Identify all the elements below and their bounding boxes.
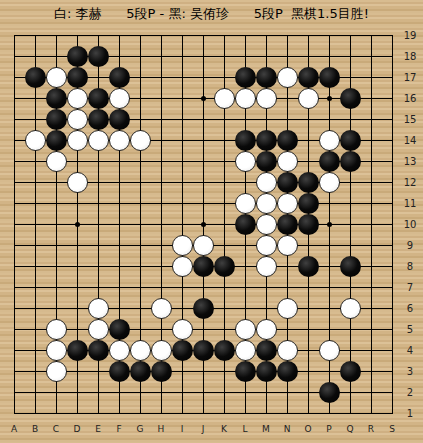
- intersection-G11[interactable]: [130, 193, 151, 214]
- intersection-N3[interactable]: [277, 361, 298, 382]
- intersection-I19[interactable]: [172, 25, 193, 46]
- intersection-J3[interactable]: [193, 361, 214, 382]
- intersection-G3[interactable]: [130, 361, 151, 382]
- intersection-F18[interactable]: [109, 46, 130, 67]
- intersection-M12[interactable]: [256, 172, 277, 193]
- intersection-F11[interactable]: [109, 193, 130, 214]
- intersection-Q16[interactable]: [340, 88, 361, 109]
- intersection-L14[interactable]: [235, 130, 256, 151]
- intersection-R18[interactable]: [361, 46, 382, 67]
- intersection-N6[interactable]: [277, 298, 298, 319]
- intersection-K10[interactable]: [214, 214, 235, 235]
- intersection-O10[interactable]: [298, 214, 319, 235]
- intersection-M7[interactable]: [256, 277, 277, 298]
- intersection-A7[interactable]: [4, 277, 25, 298]
- intersection-J11[interactable]: [193, 193, 214, 214]
- intersection-R12[interactable]: [361, 172, 382, 193]
- intersection-A15[interactable]: [4, 109, 25, 130]
- intersection-G13[interactable]: [130, 151, 151, 172]
- intersection-I5[interactable]: [172, 319, 193, 340]
- intersection-B6[interactable]: [25, 298, 46, 319]
- intersection-I9[interactable]: [172, 235, 193, 256]
- intersection-N12[interactable]: [277, 172, 298, 193]
- intersection-N1[interactable]: [277, 403, 298, 424]
- intersection-O18[interactable]: [298, 46, 319, 67]
- intersection-F5[interactable]: [109, 319, 130, 340]
- intersection-N4[interactable]: [277, 340, 298, 361]
- intersection-J13[interactable]: [193, 151, 214, 172]
- intersection-H9[interactable]: [151, 235, 172, 256]
- intersection-L16[interactable]: [235, 88, 256, 109]
- intersection-O5[interactable]: [298, 319, 319, 340]
- intersection-H14[interactable]: [151, 130, 172, 151]
- intersection-Q19[interactable]: [340, 25, 361, 46]
- intersection-A8[interactable]: [4, 256, 25, 277]
- intersection-L4[interactable]: [235, 340, 256, 361]
- intersection-F13[interactable]: [109, 151, 130, 172]
- intersection-Q14[interactable]: [340, 130, 361, 151]
- intersection-J16[interactable]: [193, 88, 214, 109]
- intersection-O13[interactable]: [298, 151, 319, 172]
- intersection-P19[interactable]: [319, 25, 340, 46]
- intersection-R16[interactable]: [361, 88, 382, 109]
- intersection-M3[interactable]: [256, 361, 277, 382]
- intersection-D12[interactable]: [67, 172, 88, 193]
- intersection-G4[interactable]: [130, 340, 151, 361]
- intersection-B13[interactable]: [25, 151, 46, 172]
- intersection-I2[interactable]: [172, 382, 193, 403]
- intersection-N11[interactable]: [277, 193, 298, 214]
- intersection-P3[interactable]: [319, 361, 340, 382]
- intersection-R3[interactable]: [361, 361, 382, 382]
- intersection-H8[interactable]: [151, 256, 172, 277]
- intersection-B2[interactable]: [25, 382, 46, 403]
- intersection-P12[interactable]: [319, 172, 340, 193]
- intersection-Q9[interactable]: [340, 235, 361, 256]
- intersection-Q3[interactable]: [340, 361, 361, 382]
- intersection-I12[interactable]: [172, 172, 193, 193]
- intersection-M1[interactable]: [256, 403, 277, 424]
- intersection-C4[interactable]: [46, 340, 67, 361]
- intersection-A3[interactable]: [4, 361, 25, 382]
- intersection-D5[interactable]: [67, 319, 88, 340]
- intersection-G15[interactable]: [130, 109, 151, 130]
- intersection-P2[interactable]: [319, 382, 340, 403]
- intersection-A12[interactable]: [4, 172, 25, 193]
- intersection-A16[interactable]: [4, 88, 25, 109]
- intersection-A11[interactable]: [4, 193, 25, 214]
- intersection-M17[interactable]: [256, 67, 277, 88]
- intersection-K12[interactable]: [214, 172, 235, 193]
- intersection-B4[interactable]: [25, 340, 46, 361]
- intersection-F16[interactable]: [109, 88, 130, 109]
- intersection-H1[interactable]: [151, 403, 172, 424]
- intersection-K4[interactable]: [214, 340, 235, 361]
- intersection-M14[interactable]: [256, 130, 277, 151]
- intersection-I15[interactable]: [172, 109, 193, 130]
- intersection-O3[interactable]: [298, 361, 319, 382]
- intersection-N8[interactable]: [277, 256, 298, 277]
- intersection-P6[interactable]: [319, 298, 340, 319]
- intersection-O11[interactable]: [298, 193, 319, 214]
- intersection-L11[interactable]: [235, 193, 256, 214]
- intersection-C7[interactable]: [46, 277, 67, 298]
- intersection-N7[interactable]: [277, 277, 298, 298]
- intersection-D16[interactable]: [67, 88, 88, 109]
- intersection-H11[interactable]: [151, 193, 172, 214]
- intersection-G8[interactable]: [130, 256, 151, 277]
- intersection-I3[interactable]: [172, 361, 193, 382]
- intersection-K2[interactable]: [214, 382, 235, 403]
- intersection-C5[interactable]: [46, 319, 67, 340]
- intersection-C6[interactable]: [46, 298, 67, 319]
- intersection-R17[interactable]: [361, 67, 382, 88]
- intersection-C10[interactable]: [46, 214, 67, 235]
- intersection-G5[interactable]: [130, 319, 151, 340]
- intersection-A2[interactable]: [4, 382, 25, 403]
- intersection-J5[interactable]: [193, 319, 214, 340]
- intersection-Q7[interactable]: [340, 277, 361, 298]
- intersection-N15[interactable]: [277, 109, 298, 130]
- intersection-I14[interactable]: [172, 130, 193, 151]
- intersection-D18[interactable]: [67, 46, 88, 67]
- intersection-O17[interactable]: [298, 67, 319, 88]
- intersection-J12[interactable]: [193, 172, 214, 193]
- intersection-H5[interactable]: [151, 319, 172, 340]
- intersection-J1[interactable]: [193, 403, 214, 424]
- intersection-P10[interactable]: [319, 214, 340, 235]
- intersection-R6[interactable]: [361, 298, 382, 319]
- intersection-F15[interactable]: [109, 109, 130, 130]
- intersection-R8[interactable]: [361, 256, 382, 277]
- intersection-B9[interactable]: [25, 235, 46, 256]
- intersection-N10[interactable]: [277, 214, 298, 235]
- intersection-J10[interactable]: [193, 214, 214, 235]
- intersection-K6[interactable]: [214, 298, 235, 319]
- intersection-P18[interactable]: [319, 46, 340, 67]
- intersection-N17[interactable]: [277, 67, 298, 88]
- intersection-M5[interactable]: [256, 319, 277, 340]
- intersection-C12[interactable]: [46, 172, 67, 193]
- intersection-L2[interactable]: [235, 382, 256, 403]
- intersection-A17[interactable]: [4, 67, 25, 88]
- intersection-E8[interactable]: [88, 256, 109, 277]
- intersection-G17[interactable]: [130, 67, 151, 88]
- intersection-K15[interactable]: [214, 109, 235, 130]
- intersection-P4[interactable]: [319, 340, 340, 361]
- intersection-K17[interactable]: [214, 67, 235, 88]
- intersection-P15[interactable]: [319, 109, 340, 130]
- intersection-B5[interactable]: [25, 319, 46, 340]
- intersection-R13[interactable]: [361, 151, 382, 172]
- intersection-P17[interactable]: [319, 67, 340, 88]
- intersection-A9[interactable]: [4, 235, 25, 256]
- intersection-Q13[interactable]: [340, 151, 361, 172]
- intersection-E1[interactable]: [88, 403, 109, 424]
- intersection-M15[interactable]: [256, 109, 277, 130]
- intersection-H6[interactable]: [151, 298, 172, 319]
- intersection-A19[interactable]: [4, 25, 25, 46]
- intersection-F4[interactable]: [109, 340, 130, 361]
- intersection-C9[interactable]: [46, 235, 67, 256]
- intersection-F14[interactable]: [109, 130, 130, 151]
- intersection-J6[interactable]: [193, 298, 214, 319]
- intersection-Q12[interactable]: [340, 172, 361, 193]
- intersection-H12[interactable]: [151, 172, 172, 193]
- intersection-I8[interactable]: [172, 256, 193, 277]
- intersection-B16[interactable]: [25, 88, 46, 109]
- intersection-I6[interactable]: [172, 298, 193, 319]
- intersection-G14[interactable]: [130, 130, 151, 151]
- intersection-P11[interactable]: [319, 193, 340, 214]
- intersection-N14[interactable]: [277, 130, 298, 151]
- intersection-E17[interactable]: [88, 67, 109, 88]
- intersection-B12[interactable]: [25, 172, 46, 193]
- intersection-B7[interactable]: [25, 277, 46, 298]
- intersection-Q6[interactable]: [340, 298, 361, 319]
- intersection-C19[interactable]: [46, 25, 67, 46]
- intersection-D3[interactable]: [67, 361, 88, 382]
- intersection-K5[interactable]: [214, 319, 235, 340]
- intersection-N5[interactable]: [277, 319, 298, 340]
- intersection-K11[interactable]: [214, 193, 235, 214]
- intersection-H17[interactable]: [151, 67, 172, 88]
- intersection-R10[interactable]: [361, 214, 382, 235]
- intersection-C1[interactable]: [46, 403, 67, 424]
- intersection-P7[interactable]: [319, 277, 340, 298]
- intersection-G12[interactable]: [130, 172, 151, 193]
- intersection-P8[interactable]: [319, 256, 340, 277]
- intersection-M6[interactable]: [256, 298, 277, 319]
- intersection-A6[interactable]: [4, 298, 25, 319]
- intersection-I1[interactable]: [172, 403, 193, 424]
- intersection-G10[interactable]: [130, 214, 151, 235]
- intersection-D11[interactable]: [67, 193, 88, 214]
- intersection-L15[interactable]: [235, 109, 256, 130]
- intersection-G9[interactable]: [130, 235, 151, 256]
- intersection-A10[interactable]: [4, 214, 25, 235]
- intersection-B10[interactable]: [25, 214, 46, 235]
- intersection-Q10[interactable]: [340, 214, 361, 235]
- intersection-A18[interactable]: [4, 46, 25, 67]
- intersection-B17[interactable]: [25, 67, 46, 88]
- intersection-B15[interactable]: [25, 109, 46, 130]
- intersection-E3[interactable]: [88, 361, 109, 382]
- intersection-D7[interactable]: [67, 277, 88, 298]
- intersection-H7[interactable]: [151, 277, 172, 298]
- intersection-J18[interactable]: [193, 46, 214, 67]
- intersection-F1[interactable]: [109, 403, 130, 424]
- intersection-M19[interactable]: [256, 25, 277, 46]
- intersection-J2[interactable]: [193, 382, 214, 403]
- intersection-L19[interactable]: [235, 25, 256, 46]
- intersection-Q1[interactable]: [340, 403, 361, 424]
- intersection-D15[interactable]: [67, 109, 88, 130]
- intersection-F6[interactable]: [109, 298, 130, 319]
- intersection-E2[interactable]: [88, 382, 109, 403]
- intersection-M9[interactable]: [256, 235, 277, 256]
- intersection-I18[interactable]: [172, 46, 193, 67]
- intersection-Q2[interactable]: [340, 382, 361, 403]
- intersection-O9[interactable]: [298, 235, 319, 256]
- intersection-L7[interactable]: [235, 277, 256, 298]
- intersection-A1[interactable]: [4, 403, 25, 424]
- intersection-I10[interactable]: [172, 214, 193, 235]
- intersection-H13[interactable]: [151, 151, 172, 172]
- intersection-H2[interactable]: [151, 382, 172, 403]
- intersection-D19[interactable]: [67, 25, 88, 46]
- intersection-G2[interactable]: [130, 382, 151, 403]
- intersection-E18[interactable]: [88, 46, 109, 67]
- intersection-L18[interactable]: [235, 46, 256, 67]
- intersection-C15[interactable]: [46, 109, 67, 130]
- intersection-R1[interactable]: [361, 403, 382, 424]
- intersection-I7[interactable]: [172, 277, 193, 298]
- intersection-R11[interactable]: [361, 193, 382, 214]
- intersection-N9[interactable]: [277, 235, 298, 256]
- intersection-J4[interactable]: [193, 340, 214, 361]
- intersection-D17[interactable]: [67, 67, 88, 88]
- intersection-P9[interactable]: [319, 235, 340, 256]
- intersection-F8[interactable]: [109, 256, 130, 277]
- intersection-H18[interactable]: [151, 46, 172, 67]
- intersection-C14[interactable]: [46, 130, 67, 151]
- intersection-D9[interactable]: [67, 235, 88, 256]
- intersection-L12[interactable]: [235, 172, 256, 193]
- intersection-K9[interactable]: [214, 235, 235, 256]
- intersection-D14[interactable]: [67, 130, 88, 151]
- intersection-N16[interactable]: [277, 88, 298, 109]
- intersection-F12[interactable]: [109, 172, 130, 193]
- intersection-E19[interactable]: [88, 25, 109, 46]
- intersection-H4[interactable]: [151, 340, 172, 361]
- intersection-R2[interactable]: [361, 382, 382, 403]
- intersection-K19[interactable]: [214, 25, 235, 46]
- intersection-L17[interactable]: [235, 67, 256, 88]
- intersection-A5[interactable]: [4, 319, 25, 340]
- intersection-R4[interactable]: [361, 340, 382, 361]
- intersection-O15[interactable]: [298, 109, 319, 130]
- intersection-A14[interactable]: [4, 130, 25, 151]
- intersection-G18[interactable]: [130, 46, 151, 67]
- intersection-H15[interactable]: [151, 109, 172, 130]
- intersection-Q8[interactable]: [340, 256, 361, 277]
- intersection-M18[interactable]: [256, 46, 277, 67]
- intersection-E14[interactable]: [88, 130, 109, 151]
- intersection-J15[interactable]: [193, 109, 214, 130]
- intersection-I17[interactable]: [172, 67, 193, 88]
- intersection-D6[interactable]: [67, 298, 88, 319]
- intersection-M10[interactable]: [256, 214, 277, 235]
- intersection-O1[interactable]: [298, 403, 319, 424]
- intersection-C2[interactable]: [46, 382, 67, 403]
- intersection-L6[interactable]: [235, 298, 256, 319]
- intersection-O4[interactable]: [298, 340, 319, 361]
- intersection-J19[interactable]: [193, 25, 214, 46]
- intersection-O19[interactable]: [298, 25, 319, 46]
- intersection-R15[interactable]: [361, 109, 382, 130]
- intersection-I4[interactable]: [172, 340, 193, 361]
- intersection-Q4[interactable]: [340, 340, 361, 361]
- intersection-N2[interactable]: [277, 382, 298, 403]
- intersection-A4[interactable]: [4, 340, 25, 361]
- intersection-P13[interactable]: [319, 151, 340, 172]
- intersection-F3[interactable]: [109, 361, 130, 382]
- intersection-G16[interactable]: [130, 88, 151, 109]
- intersection-K18[interactable]: [214, 46, 235, 67]
- intersection-I11[interactable]: [172, 193, 193, 214]
- intersection-B14[interactable]: [25, 130, 46, 151]
- intersection-C3[interactable]: [46, 361, 67, 382]
- intersection-R7[interactable]: [361, 277, 382, 298]
- intersection-Q18[interactable]: [340, 46, 361, 67]
- intersection-B19[interactable]: [25, 25, 46, 46]
- intersection-P1[interactable]: [319, 403, 340, 424]
- intersection-N19[interactable]: [277, 25, 298, 46]
- intersection-K3[interactable]: [214, 361, 235, 382]
- intersection-I13[interactable]: [172, 151, 193, 172]
- intersection-E13[interactable]: [88, 151, 109, 172]
- intersection-H10[interactable]: [151, 214, 172, 235]
- intersection-C16[interactable]: [46, 88, 67, 109]
- intersection-L9[interactable]: [235, 235, 256, 256]
- intersection-F2[interactable]: [109, 382, 130, 403]
- intersection-F10[interactable]: [109, 214, 130, 235]
- intersection-H3[interactable]: [151, 361, 172, 382]
- intersection-D2[interactable]: [67, 382, 88, 403]
- intersection-R9[interactable]: [361, 235, 382, 256]
- intersection-B11[interactable]: [25, 193, 46, 214]
- intersection-B18[interactable]: [25, 46, 46, 67]
- intersection-N18[interactable]: [277, 46, 298, 67]
- intersection-J14[interactable]: [193, 130, 214, 151]
- intersection-Q17[interactable]: [340, 67, 361, 88]
- intersection-F9[interactable]: [109, 235, 130, 256]
- intersection-C17[interactable]: [46, 67, 67, 88]
- intersection-E15[interactable]: [88, 109, 109, 130]
- intersection-F19[interactable]: [109, 25, 130, 46]
- intersection-M8[interactable]: [256, 256, 277, 277]
- intersection-P16[interactable]: [319, 88, 340, 109]
- intersection-J7[interactable]: [193, 277, 214, 298]
- intersection-P14[interactable]: [319, 130, 340, 151]
- intersection-O6[interactable]: [298, 298, 319, 319]
- intersection-M4[interactable]: [256, 340, 277, 361]
- intersection-O16[interactable]: [298, 88, 319, 109]
- intersection-J9[interactable]: [193, 235, 214, 256]
- intersection-H19[interactable]: [151, 25, 172, 46]
- intersection-L1[interactable]: [235, 403, 256, 424]
- intersection-D13[interactable]: [67, 151, 88, 172]
- intersection-D10[interactable]: [67, 214, 88, 235]
- intersection-P5[interactable]: [319, 319, 340, 340]
- intersection-K8[interactable]: [214, 256, 235, 277]
- intersection-O2[interactable]: [298, 382, 319, 403]
- intersection-M2[interactable]: [256, 382, 277, 403]
- intersection-C8[interactable]: [46, 256, 67, 277]
- intersection-L13[interactable]: [235, 151, 256, 172]
- intersection-C18[interactable]: [46, 46, 67, 67]
- intersection-K1[interactable]: [214, 403, 235, 424]
- intersection-O12[interactable]: [298, 172, 319, 193]
- intersection-R19[interactable]: [361, 25, 382, 46]
- intersection-E11[interactable]: [88, 193, 109, 214]
- intersection-Q5[interactable]: [340, 319, 361, 340]
- intersection-K14[interactable]: [214, 130, 235, 151]
- intersection-L8[interactable]: [235, 256, 256, 277]
- intersection-D4[interactable]: [67, 340, 88, 361]
- intersection-D1[interactable]: [67, 403, 88, 424]
